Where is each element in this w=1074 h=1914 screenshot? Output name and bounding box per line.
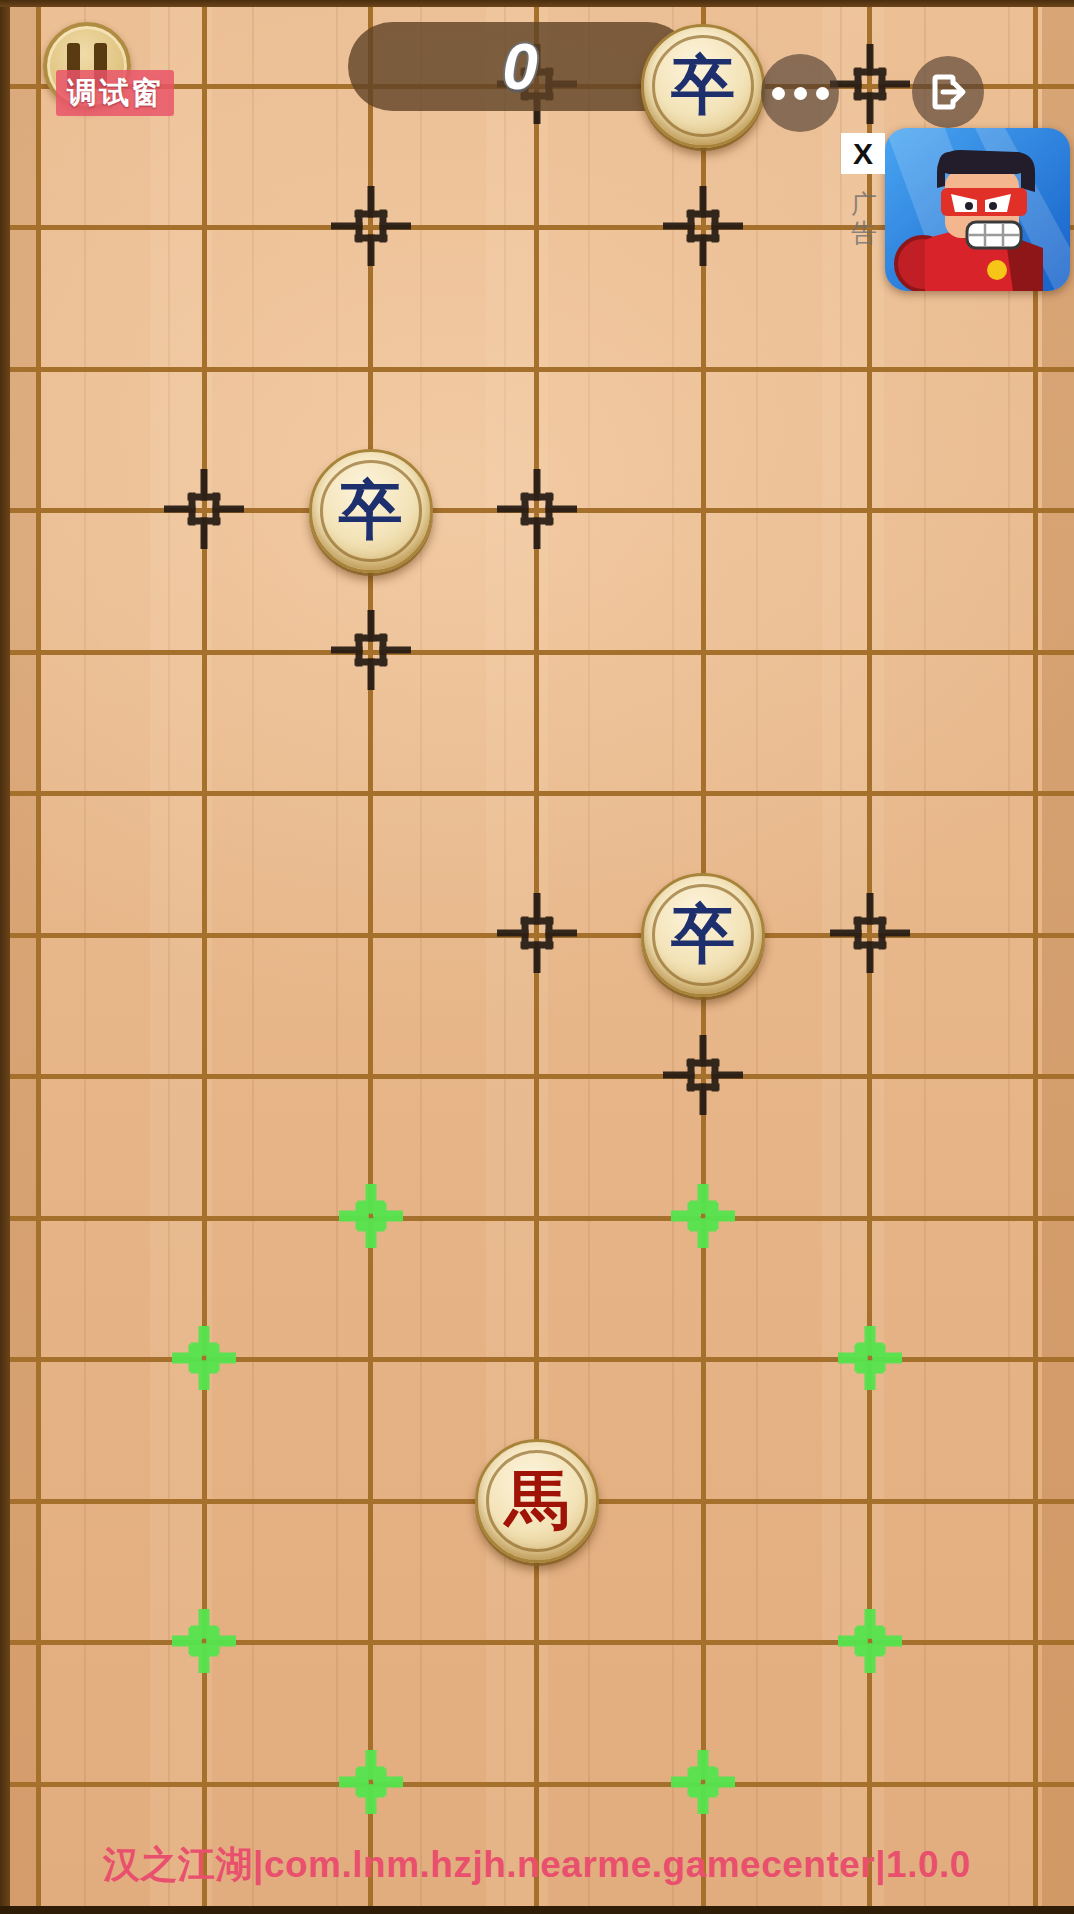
point-marker-green xyxy=(671,1184,735,1252)
ad-app-icon[interactable] xyxy=(885,128,1070,291)
debug-window-label[interactable]: 调试窗 xyxy=(56,70,174,116)
ad-close-button[interactable]: X xyxy=(841,133,885,174)
game-screen: 卒卒卒馬 调试窗 0 X 广告 xyxy=(0,0,1074,1914)
ellipsis-icon xyxy=(772,87,785,100)
grid-horizontal-line xyxy=(0,1357,1074,1362)
screen-left-border xyxy=(0,0,10,1914)
point-marker-green xyxy=(671,1750,735,1818)
ellipsis-icon xyxy=(816,87,829,100)
point-marker-green xyxy=(838,1326,902,1394)
grid-vertical-line xyxy=(368,0,373,1914)
piece-character: 卒 xyxy=(339,479,403,543)
more-button[interactable] xyxy=(761,54,839,132)
point-marker-green xyxy=(172,1326,236,1394)
point-marker-black xyxy=(497,893,577,977)
grid-horizontal-line xyxy=(0,650,1074,655)
grid-vertical-line xyxy=(36,0,41,1914)
point-marker-black xyxy=(331,186,411,270)
ad-label: 广告 xyxy=(849,190,879,247)
point-marker-black xyxy=(663,186,743,270)
board-left-margin xyxy=(10,0,38,1914)
package-name-text: 汉之江湖|com.lnm.hzjh.nearme.gamecenter|1.0.… xyxy=(0,1840,1074,1890)
score-counter: 0 xyxy=(348,22,692,111)
grid-horizontal-line xyxy=(0,1216,1074,1221)
logout-arrow-icon xyxy=(927,71,969,113)
grid-horizontal-line xyxy=(0,367,1074,372)
red-horse-piece[interactable]: 馬 xyxy=(475,1439,599,1563)
piece-character: 卒 xyxy=(671,54,735,118)
grid-horizontal-line xyxy=(0,1782,1074,1787)
point-marker-green xyxy=(838,1609,902,1677)
point-marker-black xyxy=(663,1035,743,1119)
boxer-character-icon xyxy=(885,128,1070,291)
grid-horizontal-line xyxy=(0,791,1074,796)
point-marker-black xyxy=(164,469,244,553)
point-marker-black xyxy=(331,610,411,694)
point-marker-black xyxy=(497,469,577,553)
grid-horizontal-line xyxy=(0,1074,1074,1079)
point-marker-black xyxy=(830,44,910,128)
exit-button[interactable] xyxy=(912,56,984,128)
piece-character: 馬 xyxy=(505,1469,569,1533)
grid-horizontal-line xyxy=(0,1640,1074,1645)
score-value: 0 xyxy=(502,35,538,99)
piece-character: 卒 xyxy=(671,903,735,967)
screen-top-border xyxy=(0,0,1074,7)
screen-bottom-border xyxy=(0,1906,1074,1914)
point-marker-black xyxy=(830,893,910,977)
black-soldier-piece[interactable]: 卒 xyxy=(641,873,765,997)
black-soldier-piece[interactable]: 卒 xyxy=(641,24,765,148)
black-soldier-piece[interactable]: 卒 xyxy=(309,449,433,573)
ellipsis-icon xyxy=(794,87,807,100)
point-marker-green xyxy=(172,1609,236,1677)
point-marker-green xyxy=(339,1750,403,1818)
point-marker-green xyxy=(339,1184,403,1252)
